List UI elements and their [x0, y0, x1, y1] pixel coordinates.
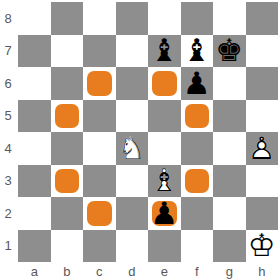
square-e1[interactable]: [148, 230, 181, 263]
black-pawn-icon: ♟: [181, 67, 214, 100]
square-e2[interactable]: ♟: [148, 197, 181, 230]
square-c2[interactable]: [83, 197, 116, 230]
square-b1[interactable]: [51, 230, 84, 263]
square-f8[interactable]: [181, 2, 214, 35]
square-a8[interactable]: [18, 2, 51, 35]
square-h1[interactable]: ♚♔: [246, 230, 279, 263]
rank-label-7: 7: [0, 35, 16, 68]
square-g7[interactable]: ♚: [213, 35, 246, 68]
square-a5[interactable]: [18, 100, 51, 133]
square-g4[interactable]: [213, 132, 246, 165]
square-b6[interactable]: [51, 67, 84, 100]
white-knight-icon: ♘: [116, 132, 149, 165]
square-e5[interactable]: [148, 100, 181, 133]
square-b8[interactable]: [51, 2, 84, 35]
piece-black-king-g7[interactable]: ♚: [213, 35, 246, 68]
square-g3[interactable]: [213, 165, 246, 198]
square-d4[interactable]: ♞♘: [116, 132, 149, 165]
white-pawn-icon: ♙: [246, 132, 279, 165]
piece-black-pawn-e2[interactable]: ♟: [148, 197, 181, 230]
square-c4[interactable]: [83, 132, 116, 165]
square-a3[interactable]: [18, 165, 51, 198]
square-f7[interactable]: ♝: [181, 35, 214, 68]
square-h5[interactable]: [246, 100, 279, 133]
black-bishop-icon: ♝: [181, 35, 214, 68]
file-label-h: h: [246, 262, 279, 280]
square-a1[interactable]: [18, 230, 51, 263]
square-g5[interactable]: [213, 100, 246, 133]
rank-label-5: 5: [0, 100, 16, 133]
black-king-icon: ♚: [213, 35, 246, 68]
move-target-highlight-b5[interactable]: [55, 104, 80, 129]
rank-label-1: 1: [0, 230, 16, 263]
piece-white-bishop-e3[interactable]: ♝♗: [148, 165, 181, 198]
move-target-highlight-e6[interactable]: [152, 71, 177, 96]
square-h7[interactable]: [246, 35, 279, 68]
piece-black-bishop-f7[interactable]: ♝: [181, 35, 214, 68]
square-d1[interactable]: [116, 230, 149, 263]
square-h6[interactable]: [246, 67, 279, 100]
square-f4[interactable]: [181, 132, 214, 165]
square-g2[interactable]: [213, 197, 246, 230]
square-c3[interactable]: [83, 165, 116, 198]
square-f5[interactable]: [181, 100, 214, 133]
square-f6[interactable]: ♟: [181, 67, 214, 100]
rank-label-8: 8: [0, 2, 16, 35]
square-e8[interactable]: [148, 2, 181, 35]
white-bishop-icon: ♗: [148, 165, 181, 198]
file-label-c: c: [83, 262, 116, 280]
square-b5[interactable]: [51, 100, 84, 133]
rank-label-3: 3: [0, 165, 16, 198]
square-d6[interactable]: [116, 67, 149, 100]
square-e7[interactable]: ♝: [148, 35, 181, 68]
chess-board: ♝♝♚♟♞♘♟♙♝♗♟♚♔: [18, 2, 278, 262]
black-bishop-icon: ♝: [148, 35, 181, 68]
file-label-a: a: [18, 262, 51, 280]
square-h4[interactable]: ♟♙: [246, 132, 279, 165]
square-d3[interactable]: [116, 165, 149, 198]
square-h2[interactable]: [246, 197, 279, 230]
rank-label-2: 2: [0, 197, 16, 230]
file-label-f: f: [181, 262, 214, 280]
square-b7[interactable]: [51, 35, 84, 68]
square-g8[interactable]: [213, 2, 246, 35]
move-target-highlight-f5[interactable]: [185, 104, 210, 129]
black-pawn-icon: ♟: [148, 197, 181, 230]
move-target-highlight-c6[interactable]: [87, 71, 112, 96]
square-f3[interactable]: [181, 165, 214, 198]
piece-white-pawn-h4[interactable]: ♟♙: [246, 132, 279, 165]
piece-white-king-h1[interactable]: ♚♔: [246, 230, 279, 263]
square-g6[interactable]: [213, 67, 246, 100]
piece-white-knight-d4[interactable]: ♞♘: [116, 132, 149, 165]
square-h3[interactable]: [246, 165, 279, 198]
rank-label-6: 6: [0, 67, 16, 100]
rank-label-4: 4: [0, 132, 16, 165]
square-h8[interactable]: [246, 2, 279, 35]
square-a6[interactable]: [18, 67, 51, 100]
square-b2[interactable]: [51, 197, 84, 230]
square-d7[interactable]: [116, 35, 149, 68]
square-e4[interactable]: [148, 132, 181, 165]
file-label-g: g: [213, 262, 246, 280]
square-d5[interactable]: [116, 100, 149, 133]
square-c1[interactable]: [83, 230, 116, 263]
piece-black-pawn-f6[interactable]: ♟: [181, 67, 214, 100]
square-c8[interactable]: [83, 2, 116, 35]
square-d2[interactable]: [116, 197, 149, 230]
square-g1[interactable]: [213, 230, 246, 263]
square-b3[interactable]: [51, 165, 84, 198]
square-e6[interactable]: [148, 67, 181, 100]
square-f2[interactable]: [181, 197, 214, 230]
move-target-highlight-b3[interactable]: [55, 169, 80, 194]
square-a4[interactable]: [18, 132, 51, 165]
white-king-icon: ♔: [246, 230, 279, 263]
file-label-d: d: [116, 262, 149, 280]
square-a7[interactable]: [18, 35, 51, 68]
move-target-highlight-f3[interactable]: [185, 169, 210, 194]
piece-black-bishop-e7[interactable]: ♝: [148, 35, 181, 68]
square-a2[interactable]: [18, 197, 51, 230]
square-f1[interactable]: [181, 230, 214, 263]
square-c7[interactable]: [83, 35, 116, 68]
square-d8[interactable]: [116, 2, 149, 35]
square-c6[interactable]: [83, 67, 116, 100]
square-b4[interactable]: [51, 132, 84, 165]
file-label-b: b: [51, 262, 84, 280]
square-c5[interactable]: [83, 100, 116, 133]
move-target-highlight-c2[interactable]: [87, 201, 112, 226]
square-e3[interactable]: ♝♗: [148, 165, 181, 198]
file-label-e: e: [148, 262, 181, 280]
